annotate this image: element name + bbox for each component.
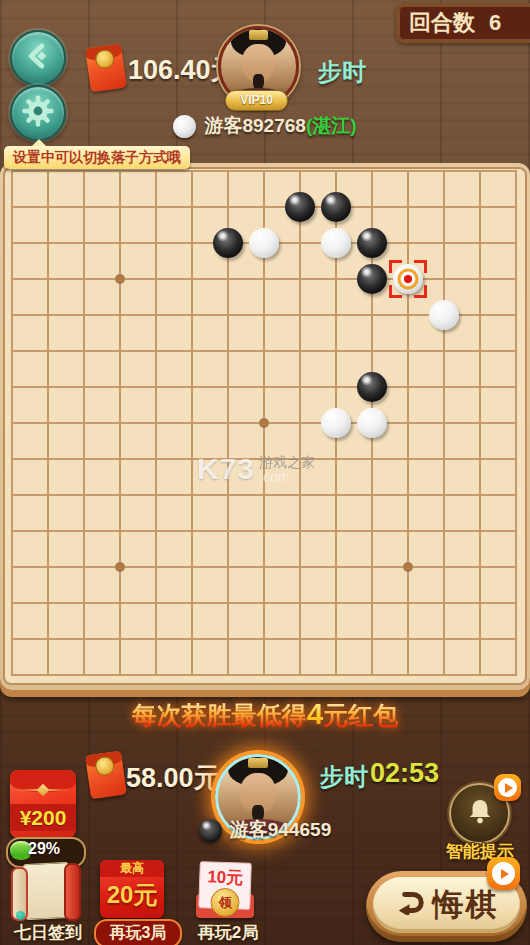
hint-play-badge[interactable] — [494, 774, 521, 801]
bottom-player-name: 游客944659 — [230, 817, 331, 843]
replay3-amount: 20元 — [100, 879, 164, 911]
white-stone — [429, 300, 459, 330]
grid-line — [515, 171, 517, 676]
settings-tooltip: 设置中可以切换落子方式哦 — [4, 146, 190, 169]
black-stone — [357, 372, 387, 402]
grid-line — [12, 638, 517, 640]
packet-seal-icon — [94, 755, 115, 776]
gomoku-board[interactable] — [12, 171, 517, 676]
play-icon — [498, 778, 517, 797]
claim-seal: 领 — [211, 888, 240, 917]
crown-icon — [248, 758, 269, 768]
prize-banner: 每次获胜最低得4元红包 — [0, 697, 530, 729]
replay2-envelope-icon[interactable]: 10元 领 — [196, 862, 254, 918]
white-stone — [249, 228, 279, 258]
scroll-knob — [16, 911, 25, 920]
watermark: K73 游戏之家 .com — [197, 452, 315, 486]
black-stone — [321, 192, 351, 222]
gomoku-game-screen: 回合数 6 设置中可以切换落子方式哦 — [0, 0, 530, 945]
scroll-roll-left — [11, 867, 28, 921]
star-point — [403, 562, 413, 572]
black-stone — [213, 228, 243, 258]
grid-line — [299, 171, 301, 676]
white-stone-indicator — [173, 115, 196, 138]
grid-line — [12, 566, 517, 568]
banner-suffix: 元红包 — [323, 701, 398, 729]
banner-highlight: 4 — [307, 697, 324, 730]
top-player-name: 游客892768 — [204, 113, 305, 139]
undo-play-badge[interactable] — [487, 857, 520, 890]
watermark-main: K73 — [197, 452, 255, 486]
grid-line — [479, 171, 481, 676]
replay3-envelope-icon[interactable]: 最高 20元 — [100, 860, 164, 918]
scroll-roll-right — [64, 863, 81, 921]
white-stone — [321, 408, 351, 438]
grid-line — [12, 602, 517, 604]
grid-line — [12, 494, 517, 496]
undo-label: 悔棋 — [433, 884, 499, 926]
last-move-marker — [389, 260, 427, 298]
round-label: 回合数 — [409, 8, 475, 38]
grid-line — [407, 171, 409, 676]
grid-line — [12, 530, 517, 532]
black-stone — [285, 192, 315, 222]
grid-line — [443, 171, 445, 676]
bottom-player-name-row: 游客944659 — [0, 817, 530, 843]
replay3-button[interactable]: 再玩3局 — [94, 919, 182, 945]
star-point — [115, 562, 125, 572]
back-button[interactable] — [10, 30, 66, 86]
round-counter-plaque: 回合数 6 — [396, 3, 530, 43]
packet-seal-icon — [94, 48, 115, 69]
replay3-tag: 最高 — [100, 860, 164, 877]
replay2-label: 再玩2局 — [188, 921, 268, 944]
grid-line — [12, 674, 517, 676]
star-point — [259, 418, 269, 428]
crown-icon — [249, 30, 269, 40]
banner-prefix: 每次获胜最低得 — [132, 701, 307, 729]
white-stone — [321, 228, 351, 258]
black-stone — [357, 264, 387, 294]
white-stone — [357, 408, 387, 438]
red-packet-icon — [85, 751, 127, 800]
move-timer: 02:53 — [370, 758, 439, 789]
seven-day-signin-button[interactable] — [10, 860, 82, 920]
vip-badge: VIP10 — [225, 90, 288, 111]
bottom-player-money: 58.00元 — [126, 760, 221, 796]
watermark-tagline: 游戏之家 — [259, 455, 315, 470]
undo-arrow-icon — [395, 887, 425, 923]
star-point — [115, 274, 125, 284]
top-player-turn-label: 步时 — [318, 56, 366, 88]
signin-label: 七日签到 — [4, 921, 92, 944]
top-player-name-row: 游客892768 (湛江) — [0, 113, 530, 139]
watermark-suffix: .com — [259, 470, 315, 485]
black-stone-indicator — [199, 819, 222, 842]
back-arrow-icon — [23, 41, 53, 75]
red-packet-icon — [85, 44, 127, 93]
round-value: 6 — [489, 10, 501, 36]
play-icon — [492, 862, 515, 885]
black-stone — [357, 228, 387, 258]
bottom-player-turn-label: 步时 — [320, 761, 368, 793]
top-player-region: (湛江) — [306, 113, 357, 139]
